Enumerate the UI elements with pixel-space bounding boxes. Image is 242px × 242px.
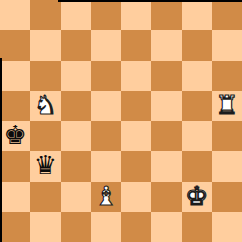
- square-c5[interactable]: [61, 91, 91, 121]
- board-top-edge-line: [58, 0, 242, 2]
- square-e6[interactable]: [121, 61, 151, 91]
- square-c4[interactable]: [61, 121, 91, 151]
- square-h5[interactable]: ♜: [212, 91, 242, 121]
- square-a4[interactable]: ♚: [0, 121, 30, 151]
- square-f7[interactable]: [151, 30, 181, 60]
- square-f6[interactable]: [151, 61, 181, 91]
- square-b7[interactable]: [30, 30, 60, 60]
- square-d6[interactable]: [91, 61, 121, 91]
- square-f5[interactable]: [151, 91, 181, 121]
- square-b8[interactable]: [30, 0, 60, 30]
- square-g2[interactable]: ♚: [182, 182, 212, 212]
- white-king[interactable]: ♚: [185, 181, 208, 211]
- square-g4[interactable]: [182, 121, 212, 151]
- square-f8[interactable]: [151, 0, 181, 30]
- square-e2[interactable]: [121, 182, 151, 212]
- square-d8[interactable]: [91, 0, 121, 30]
- square-e1[interactable]: [121, 212, 151, 242]
- square-c7[interactable]: [61, 30, 91, 60]
- square-g7[interactable]: [182, 30, 212, 60]
- square-g8[interactable]: [182, 0, 212, 30]
- square-a7[interactable]: [0, 30, 30, 60]
- square-b4[interactable]: [30, 121, 60, 151]
- chess-app: ♞♜♚♛♝♚: [0, 0, 242, 242]
- square-d3[interactable]: [91, 151, 121, 181]
- chess-board: ♞♜♚♛♝♚: [0, 0, 242, 242]
- black-king[interactable]: ♚: [3, 120, 26, 150]
- square-c2[interactable]: [61, 182, 91, 212]
- square-h6[interactable]: [212, 61, 242, 91]
- square-h2[interactable]: [212, 182, 242, 212]
- square-d7[interactable]: [91, 30, 121, 60]
- square-d5[interactable]: [91, 91, 121, 121]
- square-b6[interactable]: [30, 61, 60, 91]
- square-f2[interactable]: [151, 182, 181, 212]
- square-f4[interactable]: [151, 121, 181, 151]
- square-a1[interactable]: [0, 212, 30, 242]
- square-h8[interactable]: [212, 0, 242, 30]
- board-left-edge-line: [0, 58, 2, 242]
- square-e5[interactable]: [121, 91, 151, 121]
- square-h3[interactable]: [212, 151, 242, 181]
- square-c1[interactable]: [61, 212, 91, 242]
- black-queen[interactable]: ♛: [34, 150, 57, 180]
- square-b3[interactable]: ♛: [30, 151, 60, 181]
- white-knight[interactable]: ♞: [34, 90, 57, 120]
- square-d1[interactable]: [91, 212, 121, 242]
- square-a3[interactable]: [0, 151, 30, 181]
- square-e4[interactable]: [121, 121, 151, 151]
- square-g5[interactable]: [182, 91, 212, 121]
- square-c8[interactable]: [61, 0, 91, 30]
- white-rook[interactable]: ♜: [215, 90, 238, 120]
- square-h1[interactable]: [212, 212, 242, 242]
- white-bishop[interactable]: ♝: [94, 181, 117, 211]
- square-a5[interactable]: [0, 91, 30, 121]
- square-c3[interactable]: [61, 151, 91, 181]
- square-f1[interactable]: [151, 212, 181, 242]
- square-a6[interactable]: [0, 61, 30, 91]
- square-b2[interactable]: [30, 182, 60, 212]
- square-b5[interactable]: ♞: [30, 91, 60, 121]
- square-a8[interactable]: [0, 0, 30, 30]
- square-g1[interactable]: [182, 212, 212, 242]
- square-h7[interactable]: [212, 30, 242, 60]
- square-g3[interactable]: [182, 151, 212, 181]
- square-a2[interactable]: [0, 182, 30, 212]
- square-d2[interactable]: ♝: [91, 182, 121, 212]
- square-f3[interactable]: [151, 151, 181, 181]
- square-g6[interactable]: [182, 61, 212, 91]
- square-h4[interactable]: [212, 121, 242, 151]
- square-c6[interactable]: [61, 61, 91, 91]
- square-e7[interactable]: [121, 30, 151, 60]
- square-e8[interactable]: [121, 0, 151, 30]
- square-e3[interactable]: [121, 151, 151, 181]
- square-d4[interactable]: [91, 121, 121, 151]
- square-b1[interactable]: [30, 212, 60, 242]
